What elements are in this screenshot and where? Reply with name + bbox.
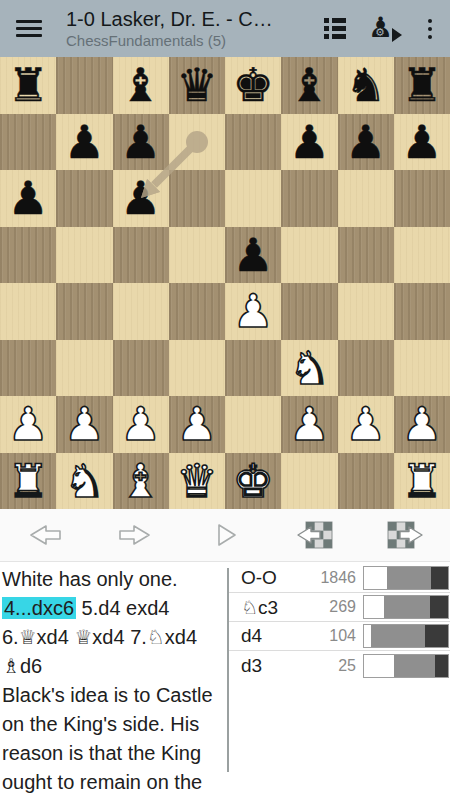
- square-h4[interactable]: [394, 283, 450, 340]
- win-draw-loss-bar: [363, 566, 449, 590]
- app-screen: 1-0 Lasker, Dr. E. - C… ChessFundamental…: [0, 0, 450, 800]
- square-a5[interactable]: [0, 227, 56, 284]
- square-d5[interactable]: [169, 227, 225, 284]
- square-e5[interactable]: ♟: [225, 227, 281, 284]
- square-g3[interactable]: [338, 340, 394, 397]
- square-a7[interactable]: [0, 114, 56, 171]
- white-bishop: ♝: [120, 453, 161, 509]
- next-game-button[interactable]: [375, 515, 435, 555]
- square-f5[interactable]: [281, 227, 337, 284]
- white-pawn: ♟: [289, 396, 330, 452]
- square-b6[interactable]: [56, 170, 112, 227]
- commentary-panel: White has only one. 4...dxc6 5.d4 exd4 6…: [0, 562, 227, 800]
- opening-move-row[interactable]: O-O 1846: [229, 564, 450, 593]
- white-wins-segment: [364, 567, 387, 589]
- black-pawn: ♟: [64, 114, 105, 170]
- draws-segment: [371, 625, 426, 647]
- square-h1[interactable]: ♜: [394, 453, 450, 510]
- white-knight: ♞: [64, 453, 105, 509]
- square-d1[interactable]: ♛: [169, 453, 225, 510]
- square-a6[interactable]: ♟: [0, 170, 56, 227]
- opening-move-row[interactable]: ♘c3 269: [229, 593, 450, 622]
- white-pawn: ♟: [8, 396, 49, 452]
- square-b4[interactable]: [56, 283, 112, 340]
- opening-move-count: 1846: [305, 569, 356, 587]
- square-c5[interactable]: [113, 227, 169, 284]
- square-b1[interactable]: ♞: [56, 453, 112, 510]
- square-g7[interactable]: ♟: [338, 114, 394, 171]
- black-rook: ♜: [8, 57, 49, 113]
- white-pawn: ♟: [233, 283, 274, 339]
- black-pawn: ♟: [120, 114, 161, 170]
- overflow-menu-icon[interactable]: [424, 17, 436, 41]
- square-d7[interactable]: [169, 114, 225, 171]
- comment-text: White has only one.: [2, 565, 225, 594]
- square-f8[interactable]: ♝: [281, 57, 337, 114]
- opening-move-count: 269: [305, 598, 356, 616]
- black-pawn: ♟: [401, 114, 442, 170]
- square-b2[interactable]: ♟: [56, 396, 112, 453]
- black-bishop: ♝: [289, 57, 330, 113]
- game-list-icon[interactable]: [324, 18, 346, 39]
- white-pawn: ♟: [401, 396, 442, 452]
- square-c6[interactable]: ♟: [113, 170, 169, 227]
- square-g4[interactable]: [338, 283, 394, 340]
- draws-segment: [387, 567, 432, 589]
- opening-move-label: d4: [241, 625, 305, 647]
- white-rook: ♜: [8, 453, 49, 509]
- forward-move-button[interactable]: [105, 515, 165, 555]
- chess-board[interactable]: ♜♝♛♚♝♞♜♟♟♟♟♟♟♟♟♟♞♟♟♟♟♟♟♟♜♞♝♛♚♜: [0, 57, 450, 509]
- square-e2[interactable]: [225, 396, 281, 453]
- square-f4[interactable]: [281, 283, 337, 340]
- play-icon: [392, 28, 402, 42]
- square-c3[interactable]: [113, 340, 169, 397]
- gear-icon: ⚙: [375, 26, 385, 39]
- square-g2[interactable]: ♟: [338, 396, 394, 453]
- square-g8[interactable]: ♞: [338, 57, 394, 114]
- square-d4[interactable]: [169, 283, 225, 340]
- back-move-button[interactable]: [15, 515, 75, 555]
- previous-game-button[interactable]: [285, 515, 345, 555]
- black-king: ♚: [233, 57, 274, 113]
- header-titles: 1-0 Lasker, Dr. E. - C… ChessFundamental…: [66, 8, 324, 49]
- black-knight: ♞: [345, 57, 386, 113]
- square-d6[interactable]: [169, 170, 225, 227]
- square-e3[interactable]: [225, 340, 281, 397]
- square-d3[interactable]: [169, 340, 225, 397]
- white-rook: ♜: [401, 453, 442, 509]
- white-king: ♚: [233, 453, 274, 509]
- menu-icon[interactable]: [16, 20, 42, 37]
- white-pawn: ♟: [120, 396, 161, 452]
- square-e6[interactable]: [225, 170, 281, 227]
- black-pawn: ♟: [345, 114, 386, 170]
- square-a4[interactable]: [0, 283, 56, 340]
- white-wins-segment: [364, 655, 394, 677]
- white-knight: ♞: [289, 340, 330, 396]
- square-c2[interactable]: ♟: [113, 396, 169, 453]
- square-h7[interactable]: ♟: [394, 114, 450, 171]
- square-g6[interactable]: [338, 170, 394, 227]
- square-c1[interactable]: ♝: [113, 453, 169, 510]
- comment-text: Black's idea is to Castle on the King's …: [2, 681, 225, 800]
- win-draw-loss-bar: [363, 595, 449, 619]
- app-header: 1-0 Lasker, Dr. E. - C… ChessFundamental…: [0, 0, 450, 57]
- win-draw-loss-bar: [363, 624, 449, 648]
- square-e7[interactable]: [225, 114, 281, 171]
- white-wins-segment: [364, 596, 384, 618]
- square-f2[interactable]: ♟: [281, 396, 337, 453]
- opening-move-count: 25: [305, 657, 356, 675]
- square-e4[interactable]: ♟: [225, 283, 281, 340]
- black-pawn: ♟: [120, 170, 161, 226]
- square-a1[interactable]: ♜: [0, 453, 56, 510]
- black-pawn: ♟: [289, 114, 330, 170]
- opening-move-row[interactable]: d3 25: [229, 651, 450, 680]
- opening-move-row[interactable]: d4 104: [229, 622, 450, 651]
- black-rook: ♜: [401, 57, 442, 113]
- square-d8[interactable]: ♛: [169, 57, 225, 114]
- move-list-text: 4...dxc6 5.d4 exd4 6.♕xd4 ♕xd4 7.♘xd4 ♗d…: [2, 594, 225, 681]
- black-wins-segment: [431, 567, 448, 589]
- square-h3[interactable]: [394, 340, 450, 397]
- square-f6[interactable]: [281, 170, 337, 227]
- white-wins-segment: [364, 625, 371, 647]
- square-d2[interactable]: ♟: [169, 396, 225, 453]
- header-actions: ♟ ⚙: [324, 13, 436, 45]
- page-subtitle: ChessFundamentals (5): [66, 32, 324, 49]
- black-bishop: ♝: [120, 57, 161, 113]
- square-a3[interactable]: [0, 340, 56, 397]
- white-queen: ♛: [176, 453, 217, 509]
- black-pawn: ♟: [8, 170, 49, 226]
- engine-play-icon[interactable]: ♟ ⚙: [368, 13, 402, 45]
- square-a2[interactable]: ♟: [0, 396, 56, 453]
- square-g5[interactable]: [338, 227, 394, 284]
- square-h6[interactable]: [394, 170, 450, 227]
- black-wins-segment: [435, 655, 448, 677]
- opening-move-count: 104: [305, 627, 356, 645]
- square-c8[interactable]: ♝: [113, 57, 169, 114]
- square-b8[interactable]: [56, 57, 112, 114]
- square-h5[interactable]: [394, 227, 450, 284]
- white-pawn: ♟: [345, 396, 386, 452]
- opening-move-label: O-O: [241, 567, 305, 589]
- square-b5[interactable]: [56, 227, 112, 284]
- black-wins-segment: [425, 625, 448, 647]
- move-nav-bar: [0, 509, 450, 562]
- square-e8[interactable]: ♚: [225, 57, 281, 114]
- opening-move-label: d3: [241, 655, 305, 677]
- analysis-area: White has only one. 4...dxc6 5.d4 exd4 6…: [0, 562, 450, 800]
- draws-segment: [384, 596, 430, 618]
- black-wins-segment: [430, 596, 448, 618]
- square-h8[interactable]: ♜: [394, 57, 450, 114]
- square-c4[interactable]: [113, 283, 169, 340]
- square-c7[interactable]: ♟: [113, 114, 169, 171]
- square-g1[interactable]: [338, 453, 394, 510]
- square-f3[interactable]: ♞: [281, 340, 337, 397]
- square-b3[interactable]: [56, 340, 112, 397]
- opening-move-label: ♘c3: [241, 596, 305, 619]
- black-pawn: ♟: [233, 227, 274, 283]
- draws-segment: [394, 655, 434, 677]
- white-pawn: ♟: [64, 396, 105, 452]
- square-f1[interactable]: [281, 453, 337, 510]
- square-e1[interactable]: ♚: [225, 453, 281, 510]
- square-h2[interactable]: ♟: [394, 396, 450, 453]
- opening-book-panel: O-O 1846 ♘c3 269 d4 104 d3 25: [229, 562, 450, 800]
- current-move-highlight[interactable]: 4...dxc6: [2, 597, 76, 619]
- white-pawn: ♟: [176, 396, 217, 452]
- square-f7[interactable]: ♟: [281, 114, 337, 171]
- square-a8[interactable]: ♜: [0, 57, 56, 114]
- black-queen: ♛: [176, 57, 217, 113]
- board-area: ♜♝♛♚♝♞♜♟♟♟♟♟♟♟♟♟♞♟♟♟♟♟♟♟♜♞♝♛♚♜: [0, 57, 450, 509]
- page-title: 1-0 Lasker, Dr. E. - C…: [66, 8, 324, 31]
- autoplay-button[interactable]: [195, 515, 255, 555]
- square-b7[interactable]: ♟: [56, 114, 112, 171]
- win-draw-loss-bar: [363, 654, 449, 678]
